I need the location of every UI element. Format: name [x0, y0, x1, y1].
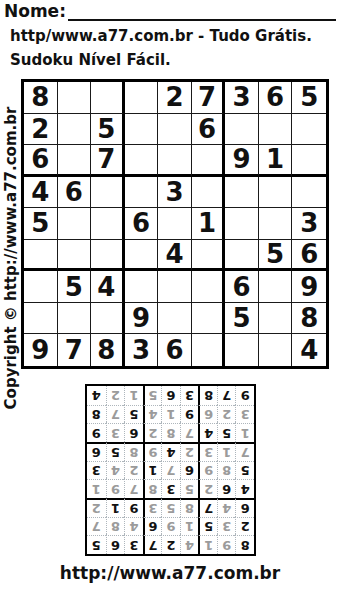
- sudoku-cell-r2c3: 5: [91, 114, 125, 146]
- sudoku-cell-r8c1[interactable]: [24, 303, 58, 335]
- sudoku-cell-r3c8: 1: [259, 145, 293, 177]
- puzzle-level-title: Sudoku Nível Fácil.: [10, 51, 171, 69]
- solution-cell-r9c7: 1: [124, 386, 143, 405]
- solution-cell-r8c8: 7: [106, 405, 125, 424]
- sudoku-cell-r7c9: 9: [292, 271, 326, 303]
- solution-cell-r9c6: 5: [143, 386, 162, 405]
- solution-cell-r4c3: 2: [198, 479, 217, 498]
- sudoku-cell-r5c5[interactable]: [158, 208, 192, 240]
- sudoku-cell-r5c2[interactable]: [58, 208, 92, 240]
- sudoku-cell-r4c3[interactable]: [91, 177, 125, 209]
- sudoku-cell-r7c4[interactable]: [125, 271, 159, 303]
- solution-cell-r3c8: 1: [106, 498, 125, 517]
- solution-cell-r8c2: 2: [217, 405, 236, 424]
- sudoku-cell-r8c5[interactable]: [158, 303, 192, 335]
- sudoku-cell-r2c7[interactable]: [225, 114, 259, 146]
- solution-cell-r5c6: 1: [143, 461, 162, 480]
- sudoku-cell-r2c5[interactable]: [158, 114, 192, 146]
- sudoku-cell-r6c7[interactable]: [225, 240, 259, 272]
- sudoku-cell-r4c6[interactable]: [192, 177, 226, 209]
- solution-cell-r5c7: 2: [124, 461, 143, 480]
- solution-cell-r1c1: 8: [235, 535, 254, 554]
- sudoku-cell-r1c4[interactable]: [125, 82, 159, 114]
- sudoku-cell-r6c3[interactable]: [91, 240, 125, 272]
- sudoku-cell-r8c6[interactable]: [192, 303, 226, 335]
- solution-cell-r2c8: 8: [106, 517, 125, 536]
- sudoku-cell-r6c1[interactable]: [24, 240, 58, 272]
- sudoku-cell-r7c1[interactable]: [24, 271, 58, 303]
- solution-cell-r6c9: 6: [87, 442, 106, 461]
- solution-cell-r5c8: 4: [106, 461, 125, 480]
- solution-cell-r4c4: 5: [180, 479, 199, 498]
- solution-cell-r2c9: 7: [87, 517, 106, 536]
- solution-cell-r6c3: 3: [198, 442, 217, 461]
- sudoku-cell-r1c5: 2: [158, 82, 192, 114]
- solution-cell-r8c9: 8: [87, 405, 106, 424]
- sudoku-cell-r3c6[interactable]: [192, 145, 226, 177]
- sudoku-cell-r9c6[interactable]: [192, 334, 226, 366]
- solution-cell-r5c1: 5: [235, 461, 254, 480]
- sudoku-cell-r9c9: 4: [292, 334, 326, 366]
- solution-cell-r1c4: 4: [180, 535, 199, 554]
- sudoku-cell-r6c2[interactable]: [58, 240, 92, 272]
- sudoku-cell-r5c9: 3: [292, 208, 326, 240]
- solution-cell-r9c3: 8: [198, 386, 217, 405]
- solution-cell-r6c7: 8: [124, 442, 143, 461]
- sudoku-cell-r7c6[interactable]: [192, 271, 226, 303]
- sudoku-cell-r6c5: 4: [158, 240, 192, 272]
- solution-cell-r7c9: 9: [87, 423, 106, 442]
- sudoku-cell-r9c5: 6: [158, 334, 192, 366]
- solution-cell-r8c6: 4: [143, 405, 162, 424]
- sudoku-cell-r4c4[interactable]: [125, 177, 159, 209]
- name-row: Nome:: [4, 1, 336, 21]
- solution-cell-r3c4: 8: [180, 498, 199, 517]
- sudoku-cell-r4c9[interactable]: [292, 177, 326, 209]
- solution-cell-r2c4: 1: [180, 517, 199, 536]
- sudoku-cell-r7c5[interactable]: [158, 271, 192, 303]
- sudoku-cell-r5c4: 6: [125, 208, 159, 240]
- solution-cell-r7c1: 1: [235, 423, 254, 442]
- solution-cell-r3c9: 2: [87, 498, 106, 517]
- solution-cell-r2c1: 2: [235, 517, 254, 536]
- sudoku-cell-r2c8[interactable]: [259, 114, 293, 146]
- solution-cell-r4c7: 7: [124, 479, 143, 498]
- solution-cell-r1c9: 5: [87, 535, 106, 554]
- solution-cell-r9c8: 2: [106, 386, 125, 405]
- solution-cell-r7c4: 7: [180, 423, 199, 442]
- copyright-vertical-text: Copyright © http://www.a77.com.br: [2, 107, 20, 410]
- solution-cell-r9c2: 7: [217, 386, 236, 405]
- sudoku-cell-r8c8[interactable]: [259, 303, 293, 335]
- sudoku-cell-r2c6: 6: [192, 114, 226, 146]
- name-label: Nome:: [4, 1, 66, 21]
- solution-cell-r8c5: 1: [161, 405, 180, 424]
- solution-cell-r6c6: 9: [143, 442, 162, 461]
- sudoku-cell-r8c3[interactable]: [91, 303, 125, 335]
- sudoku-cell-r2c9[interactable]: [292, 114, 326, 146]
- solution-cell-r7c6: 2: [143, 423, 162, 442]
- solution-cell-r1c5: 2: [161, 535, 180, 554]
- sudoku-cell-r4c8[interactable]: [259, 177, 293, 209]
- sudoku-cell-r1c9: 5: [292, 82, 326, 114]
- solution-cell-r7c7: 6: [124, 423, 143, 442]
- sudoku-cell-r7c8[interactable]: [259, 271, 293, 303]
- sudoku-cell-r3c2[interactable]: [58, 145, 92, 177]
- sudoku-cell-r9c2: 7: [58, 334, 92, 366]
- sudoku-cell-r1c6: 7: [192, 82, 226, 114]
- sudoku-cell-r8c7: 5: [225, 303, 259, 335]
- sudoku-cell-r6c8: 5: [259, 240, 293, 272]
- solution-cell-r2c5: 9: [161, 517, 180, 536]
- sudoku-cell-r3c7: 9: [225, 145, 259, 177]
- solution-cell-r4c9: 1: [87, 479, 106, 498]
- solution-cell-r5c9: 3: [87, 461, 106, 480]
- sudoku-cell-r8c4: 9: [125, 303, 159, 335]
- sudoku-cell-r6c4[interactable]: [125, 240, 159, 272]
- sudoku-cell-r1c1: 8: [24, 82, 58, 114]
- solution-cell-r3c3: 7: [198, 498, 217, 517]
- solution-cell-r1c7: 3: [124, 535, 143, 554]
- solution-cell-r2c3: 5: [198, 517, 217, 536]
- sudoku-cell-r1c8: 6: [259, 82, 293, 114]
- sudoku-cell-r5c3[interactable]: [91, 208, 125, 240]
- sudoku-cell-r5c8[interactable]: [259, 208, 293, 240]
- sudoku-cell-r4c1: 4: [24, 177, 58, 209]
- sudoku-cell-r1c2[interactable]: [58, 82, 92, 114]
- solution-cell-r6c4: 2: [180, 442, 199, 461]
- name-blank-line[interactable]: [68, 1, 336, 21]
- sudoku-cell-r3c1: 6: [24, 145, 58, 177]
- solution-cell-r1c8: 6: [106, 535, 125, 554]
- sudoku-cell-r4c5: 3: [158, 177, 192, 209]
- sudoku-cell-r3c4[interactable]: [125, 145, 159, 177]
- solution-cell-r9c9: 4: [87, 386, 106, 405]
- solution-cell-r2c7: 4: [124, 517, 143, 536]
- sudoku-print-page: { "game": "sudoku", "header": { "name_la…: [0, 0, 340, 596]
- solution-cell-r6c1: 7: [235, 442, 254, 461]
- sudoku-cell-r2c4[interactable]: [125, 114, 159, 146]
- sudoku-cell-r3c5[interactable]: [158, 145, 192, 177]
- sudoku-cell-r9c1: 9: [24, 334, 58, 366]
- sudoku-cell-r9c3: 8: [91, 334, 125, 366]
- sudoku-cell-r9c8[interactable]: [259, 334, 293, 366]
- solution-cell-r7c8: 3: [106, 423, 125, 442]
- solution-cell-r3c6: 3: [143, 498, 162, 517]
- sudoku-cell-r6c6[interactable]: [192, 240, 226, 272]
- puzzle-grid: 827365256679146356134565469958978364: [21, 79, 329, 369]
- site-tagline: http/www.a77.com.br - Tudo Grátis.: [10, 27, 312, 45]
- solution-cell-r6c8: 5: [106, 442, 125, 461]
- solution-cell-r1c2: 9: [217, 535, 236, 554]
- solution-cell-r4c5: 3: [161, 479, 180, 498]
- sudoku-cell-r3c9[interactable]: [292, 145, 326, 177]
- solution-cell-r8c7: 5: [124, 405, 143, 424]
- solution-cell-r5c4: 6: [180, 461, 199, 480]
- solution-cell-r2c6: 6: [143, 517, 162, 536]
- solution-cell-r6c2: 1: [217, 442, 236, 461]
- solution-cell-r7c3: 4: [198, 423, 217, 442]
- sudoku-cell-r1c7: 3: [225, 82, 259, 114]
- solution-cell-r4c6: 8: [143, 479, 162, 498]
- sudoku-cell-r4c2: 6: [58, 177, 92, 209]
- sudoku-cell-r2c1: 2: [24, 114, 58, 146]
- solution-cell-r8c4: 9: [180, 405, 199, 424]
- sudoku-cell-r5c1: 5: [24, 208, 58, 240]
- solution-cell-r5c3: 9: [198, 461, 217, 480]
- sudoku-cell-r7c2: 5: [58, 271, 92, 303]
- sudoku-cell-r9c4: 3: [125, 334, 159, 366]
- sudoku-cell-r5c7[interactable]: [225, 208, 259, 240]
- solution-cell-r1c3: 1: [198, 535, 217, 554]
- solution-cell-r7c5: 8: [161, 423, 180, 442]
- solution-cell-r2c2: 3: [217, 517, 236, 536]
- sudoku-cell-r1c3[interactable]: [91, 82, 125, 114]
- sudoku-cell-r8c9: 8: [292, 303, 326, 335]
- solution-cell-r9c5: 6: [161, 386, 180, 405]
- solution-cell-r9c4: 3: [180, 386, 199, 405]
- solution-cell-r8c1: 3: [235, 405, 254, 424]
- solution-cell-r3c1: 6: [235, 498, 254, 517]
- solution-cell-r4c2: 6: [217, 479, 236, 498]
- sudoku-cell-r4c7[interactable]: [225, 177, 259, 209]
- sudoku-cell-r3c3: 7: [91, 145, 125, 177]
- solution-cell-r4c1: 4: [235, 479, 254, 498]
- solution-cell-r4c8: 9: [106, 479, 125, 498]
- sudoku-cell-r8c2[interactable]: [58, 303, 92, 335]
- sudoku-cell-r5c6: 1: [192, 208, 226, 240]
- solution-cell-r5c5: 7: [161, 461, 180, 480]
- solution-cell-r1c6: 7: [143, 535, 162, 554]
- sudoku-cell-r6c9: 6: [292, 240, 326, 272]
- solution-cell-r5c2: 8: [217, 461, 236, 480]
- solution-grid-rotated: 8914273652351964876478539124625387915896…: [85, 384, 256, 556]
- sudoku-cell-r9c7[interactable]: [225, 334, 259, 366]
- solution-cell-r3c5: 5: [161, 498, 180, 517]
- solution-cell-r3c2: 4: [217, 498, 236, 517]
- solution-cell-r6c5: 4: [161, 442, 180, 461]
- sudoku-cell-r2c2[interactable]: [58, 114, 92, 146]
- solution-cell-r3c7: 9: [124, 498, 143, 517]
- footer-url: http://www.a77.com.br: [0, 563, 340, 583]
- solution-cell-r9c1: 9: [235, 386, 254, 405]
- sudoku-cell-r7c3: 4: [91, 271, 125, 303]
- sudoku-cell-r7c7: 6: [225, 271, 259, 303]
- solution-cell-r7c2: 5: [217, 423, 236, 442]
- solution-cell-r8c3: 6: [198, 405, 217, 424]
